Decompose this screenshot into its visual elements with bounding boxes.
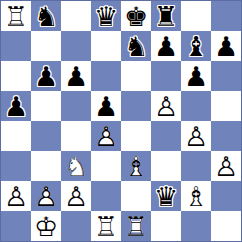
black-pawn-piece: ♟ (211, 31, 241, 61)
square-a8[interactable]: ♜♖ (1, 1, 31, 31)
square-a7[interactable] (1, 31, 31, 61)
white-pawn-piece: ♟♙ (91, 121, 121, 151)
white-bishop-piece: ♝♗ (181, 181, 211, 211)
white-knight-piece: ♞♘ (61, 151, 91, 181)
square-e8[interactable]: ♚ (121, 1, 151, 31)
white-pawn-piece: ♟♙ (31, 181, 61, 211)
square-a3[interactable] (1, 151, 31, 181)
square-g3[interactable] (181, 151, 211, 181)
square-f6[interactable] (151, 61, 181, 91)
square-a2[interactable]: ♟♙ (1, 181, 31, 211)
square-d1[interactable]: ♜♖ (91, 211, 121, 241)
white-pawn-piece: ♟♙ (181, 121, 211, 151)
square-f4[interactable] (151, 121, 181, 151)
square-g6[interactable]: ♟ (181, 61, 211, 91)
square-b4[interactable] (31, 121, 61, 151)
square-b8[interactable]: ♞ (31, 1, 61, 31)
square-g4[interactable]: ♟♙ (181, 121, 211, 151)
white-pawn-piece: ♟♙ (151, 91, 181, 121)
square-a1[interactable] (1, 211, 31, 241)
white-rook-piece: ♜♖ (121, 211, 151, 241)
square-d5[interactable]: ♟ (91, 91, 121, 121)
square-b7[interactable] (31, 31, 61, 61)
square-e4[interactable] (121, 121, 151, 151)
black-pawn-piece: ♟ (91, 91, 121, 121)
black-king-piece: ♚ (121, 1, 151, 31)
white-pawn-piece: ♟♙ (211, 151, 241, 181)
square-g7[interactable]: ♝ (181, 31, 211, 61)
white-king-piece: ♚♔ (31, 211, 61, 241)
square-f1[interactable] (151, 211, 181, 241)
black-rook-piece: ♜ (151, 1, 181, 31)
white-bishop-piece: ♝♗ (121, 151, 151, 181)
square-f5[interactable]: ♟♙ (151, 91, 181, 121)
square-a6[interactable] (1, 61, 31, 91)
square-h3[interactable]: ♟♙ (211, 151, 241, 181)
black-queen-piece: ♛ (151, 181, 181, 211)
square-b5[interactable] (31, 91, 61, 121)
square-c5[interactable] (61, 91, 91, 121)
square-f8[interactable]: ♜ (151, 1, 181, 31)
square-b1[interactable]: ♚♔ (31, 211, 61, 241)
square-a5[interactable]: ♟ (1, 91, 31, 121)
square-h6[interactable] (211, 61, 241, 91)
black-knight-piece: ♞ (121, 31, 151, 61)
square-c8[interactable] (61, 1, 91, 31)
black-pawn-piece: ♟ (31, 61, 61, 91)
square-e3[interactable]: ♝♗ (121, 151, 151, 181)
square-f7[interactable]: ♟ (151, 31, 181, 61)
square-c7[interactable] (61, 31, 91, 61)
square-a4[interactable] (1, 121, 31, 151)
square-e5[interactable] (121, 91, 151, 121)
black-pawn-piece: ♟ (181, 61, 211, 91)
white-rook-piece: ♜♖ (91, 211, 121, 241)
black-pawn-piece: ♟ (151, 31, 181, 61)
square-c3[interactable]: ♞♘ (61, 151, 91, 181)
square-d8[interactable]: ♛ (91, 1, 121, 31)
black-bishop-piece: ♝ (181, 31, 211, 61)
black-pawn-piece: ♟ (61, 61, 91, 91)
white-pawn-piece: ♟♙ (61, 181, 91, 211)
square-e7[interactable]: ♞ (121, 31, 151, 61)
square-e2[interactable] (121, 181, 151, 211)
black-pawn-piece: ♟ (1, 91, 31, 121)
square-d7[interactable] (91, 31, 121, 61)
square-c2[interactable]: ♟♙ (61, 181, 91, 211)
square-b6[interactable]: ♟ (31, 61, 61, 91)
square-c6[interactable]: ♟ (61, 61, 91, 91)
square-h1[interactable] (211, 211, 241, 241)
square-d2[interactable] (91, 181, 121, 211)
white-rook-piece: ♜♖ (1, 1, 31, 31)
square-d6[interactable] (91, 61, 121, 91)
square-g1[interactable] (181, 211, 211, 241)
white-pawn-piece: ♟♙ (1, 181, 31, 211)
square-g5[interactable] (181, 91, 211, 121)
square-f2[interactable]: ♛ (151, 181, 181, 211)
chess-board: ♜♖♞♛♚♜♞♟♝♟♟♟♟♟♟♟♙♟♙♟♙♞♘♝♗♟♙♟♙♟♙♟♙♛♝♗♚♔♜♖… (0, 0, 242, 242)
square-c1[interactable] (61, 211, 91, 241)
square-e6[interactable] (121, 61, 151, 91)
square-d4[interactable]: ♟♙ (91, 121, 121, 151)
square-b3[interactable] (31, 151, 61, 181)
square-g8[interactable] (181, 1, 211, 31)
black-queen-piece: ♛ (91, 1, 121, 31)
square-c4[interactable] (61, 121, 91, 151)
square-d3[interactable] (91, 151, 121, 181)
square-h2[interactable] (211, 181, 241, 211)
square-b2[interactable]: ♟♙ (31, 181, 61, 211)
square-g2[interactable]: ♝♗ (181, 181, 211, 211)
square-h8[interactable] (211, 1, 241, 31)
square-e1[interactable]: ♜♖ (121, 211, 151, 241)
square-f3[interactable] (151, 151, 181, 181)
black-knight-piece: ♞ (31, 1, 61, 31)
square-h7[interactable]: ♟ (211, 31, 241, 61)
square-h5[interactable] (211, 91, 241, 121)
square-h4[interactable] (211, 121, 241, 151)
